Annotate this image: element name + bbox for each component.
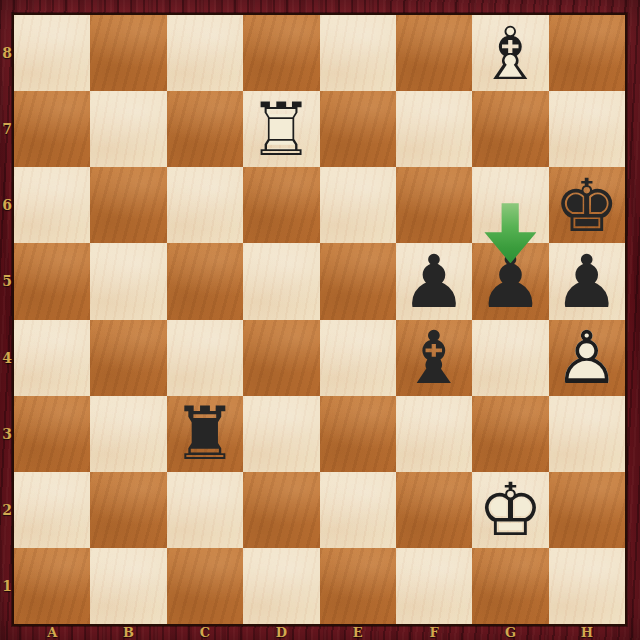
file-label-E: E (320, 624, 396, 640)
file-label-B: B (90, 624, 166, 640)
square-f2[interactable] (396, 472, 472, 548)
square-g4[interactable] (472, 320, 548, 396)
square-d1[interactable] (243, 548, 319, 624)
square-c3[interactable]: ♜ (167, 396, 243, 472)
piece-white-pawn: ♟♙ (549, 320, 625, 396)
chess-board: ♝♗♜♖♚♟♟♟♝♟♙♜♚♔ (14, 15, 625, 624)
square-g7[interactable] (472, 91, 548, 167)
piece-black-pawn: ♟ (396, 243, 472, 319)
square-e8[interactable] (320, 15, 396, 91)
square-d8[interactable] (243, 15, 319, 91)
square-c5[interactable] (167, 243, 243, 319)
rank-label-8: 8 (0, 15, 14, 91)
square-h3[interactable] (549, 396, 625, 472)
square-h1[interactable] (549, 548, 625, 624)
square-g8[interactable]: ♝♗ (472, 15, 548, 91)
piece-white-king: ♚♔ (472, 472, 548, 548)
piece-black-bishop: ♝ (396, 320, 472, 396)
rank-label-6: 6 (0, 167, 14, 243)
square-f1[interactable] (396, 548, 472, 624)
piece-white-rook: ♜♖ (243, 91, 319, 167)
square-g2[interactable]: ♚♔ (472, 472, 548, 548)
square-b2[interactable] (90, 472, 166, 548)
piece-black-king: ♚ (549, 167, 625, 243)
square-d6[interactable] (243, 167, 319, 243)
square-h4[interactable]: ♟♙ (549, 320, 625, 396)
piece-black-rook: ♜ (167, 396, 243, 472)
square-b7[interactable] (90, 91, 166, 167)
square-d3[interactable] (243, 396, 319, 472)
square-b1[interactable] (90, 548, 166, 624)
square-d4[interactable] (243, 320, 319, 396)
square-g1[interactable] (472, 548, 548, 624)
file-label-C: C (167, 624, 243, 640)
square-c1[interactable] (167, 548, 243, 624)
square-b5[interactable] (90, 243, 166, 319)
square-e7[interactable] (320, 91, 396, 167)
square-a1[interactable] (14, 548, 90, 624)
square-h5[interactable]: ♟ (549, 243, 625, 319)
rank-label-5: 5 (0, 243, 14, 319)
square-a3[interactable] (14, 396, 90, 472)
file-label-A: A (14, 624, 90, 640)
piece-white-bishop: ♝♗ (472, 15, 548, 91)
square-e6[interactable] (320, 167, 396, 243)
square-b4[interactable] (90, 320, 166, 396)
square-f5[interactable]: ♟ (396, 243, 472, 319)
square-b6[interactable] (90, 167, 166, 243)
square-c4[interactable] (167, 320, 243, 396)
square-f4[interactable]: ♝ (396, 320, 472, 396)
rank-label-4: 4 (0, 320, 14, 396)
square-e2[interactable] (320, 472, 396, 548)
rank-label-2: 2 (0, 472, 14, 548)
square-d2[interactable] (243, 472, 319, 548)
square-c8[interactable] (167, 15, 243, 91)
square-a7[interactable] (14, 91, 90, 167)
square-c6[interactable] (167, 167, 243, 243)
square-f6[interactable] (396, 167, 472, 243)
square-b8[interactable] (90, 15, 166, 91)
square-a5[interactable] (14, 243, 90, 319)
rank-label-1: 1 (0, 548, 14, 624)
square-h7[interactable] (549, 91, 625, 167)
square-e1[interactable] (320, 548, 396, 624)
square-a2[interactable] (14, 472, 90, 548)
square-f3[interactable] (396, 396, 472, 472)
square-d7[interactable]: ♜♖ (243, 91, 319, 167)
square-c7[interactable] (167, 91, 243, 167)
file-label-D: D (243, 624, 319, 640)
square-a6[interactable] (14, 167, 90, 243)
square-e4[interactable] (320, 320, 396, 396)
square-h2[interactable] (549, 472, 625, 548)
rank-label-7: 7 (0, 91, 14, 167)
square-e3[interactable] (320, 396, 396, 472)
square-h8[interactable] (549, 15, 625, 91)
square-a4[interactable] (14, 320, 90, 396)
file-label-H: H (549, 624, 625, 640)
square-c2[interactable] (167, 472, 243, 548)
square-d5[interactable] (243, 243, 319, 319)
file-label-F: F (396, 624, 472, 640)
square-f8[interactable] (396, 15, 472, 91)
square-e5[interactable] (320, 243, 396, 319)
square-h6[interactable]: ♚ (549, 167, 625, 243)
file-label-G: G (472, 624, 548, 640)
square-g3[interactable] (472, 396, 548, 472)
rank-label-3: 3 (0, 396, 14, 472)
square-f7[interactable] (396, 91, 472, 167)
piece-black-pawn: ♟ (549, 243, 625, 319)
square-a8[interactable] (14, 15, 90, 91)
square-b3[interactable] (90, 396, 166, 472)
